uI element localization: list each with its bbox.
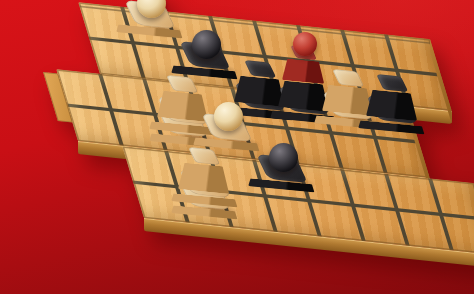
- photo-stage: [0, 0, 474, 294]
- piece-e5[interactable]: [255, 134, 311, 192]
- piece-c1[interactable]: [123, 0, 179, 39]
- game-board: [0, 0, 474, 294]
- piece-h3[interactable]: [365, 49, 421, 134]
- piece-c6[interactable]: [178, 122, 234, 219]
